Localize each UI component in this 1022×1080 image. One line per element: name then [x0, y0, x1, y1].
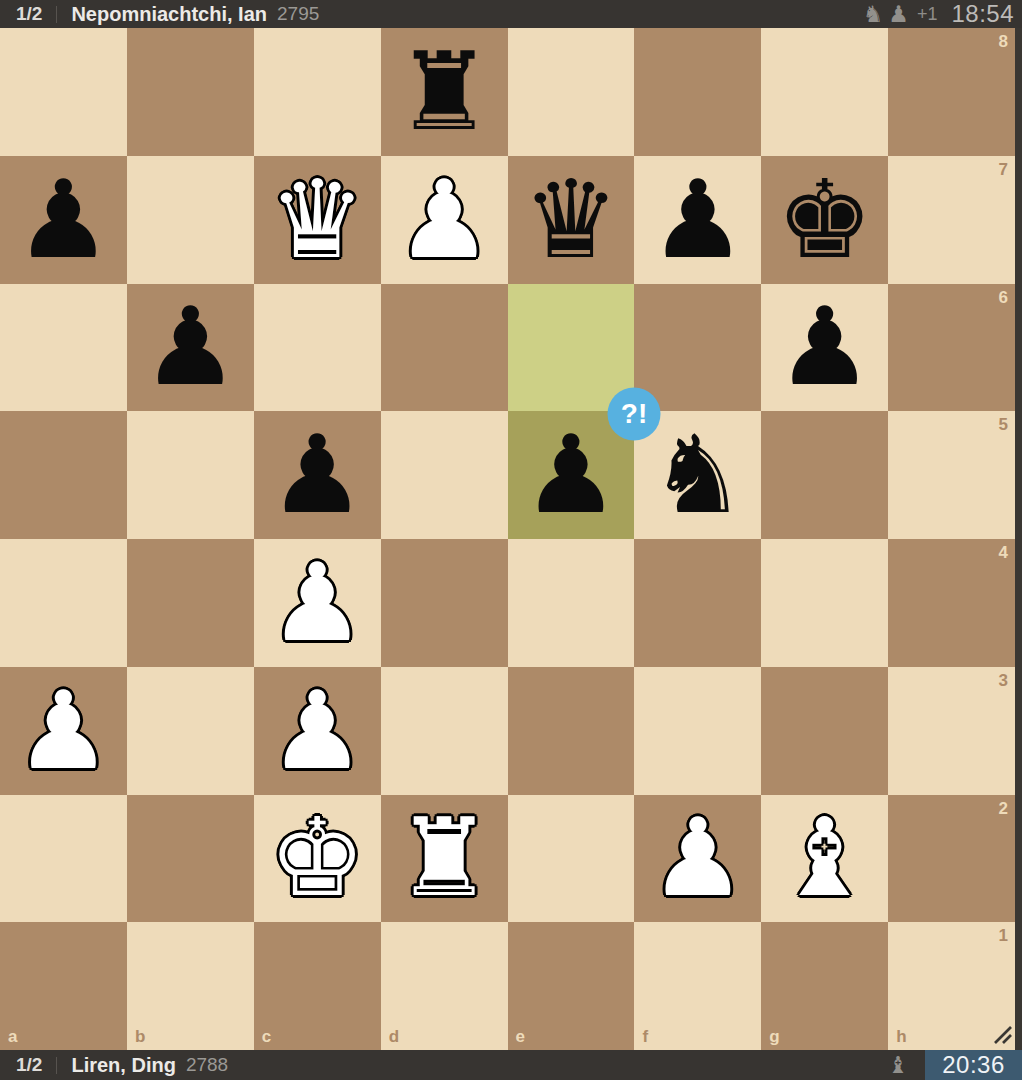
file-label-b: b	[135, 1027, 145, 1047]
square-d8[interactable]: ♜	[381, 28, 508, 156]
square-d1[interactable]: d	[381, 922, 508, 1050]
square-c6[interactable]	[254, 284, 381, 412]
square-c5[interactable]: ♟	[254, 411, 381, 539]
bottom-captured-bishop-icon: ♝	[887, 1054, 908, 1077]
rank-label-1: 1	[999, 926, 1008, 946]
rank-label-8: 8	[999, 32, 1008, 52]
black-knight[interactable]: ♞	[649, 421, 746, 529]
square-h7[interactable]: 7	[888, 156, 1015, 284]
rank-label-4: 4	[999, 543, 1008, 563]
square-a6[interactable]	[0, 284, 127, 412]
square-f4[interactable]	[634, 539, 761, 667]
square-f1[interactable]: f	[634, 922, 761, 1050]
square-f2[interactable]: ♟	[634, 795, 761, 923]
white-pawn[interactable]: ♟	[649, 804, 746, 912]
square-c4[interactable]: ♟	[254, 539, 381, 667]
file-label-a: a	[8, 1027, 17, 1047]
square-g1[interactable]: g	[761, 922, 888, 1050]
top-captured-knight-icon: ♞	[863, 3, 884, 26]
square-a7[interactable]: ♟	[0, 156, 127, 284]
top-score: 1/2	[16, 3, 42, 25]
bottom-player-rating: 2788	[186, 1054, 228, 1076]
black-king[interactable]: ♚	[776, 166, 873, 274]
square-b8[interactable]	[127, 28, 254, 156]
square-b6[interactable]: ♟	[127, 284, 254, 412]
rank-label-6: 6	[999, 288, 1008, 308]
rank-label-2: 2	[999, 799, 1008, 819]
file-label-d: d	[389, 1027, 399, 1047]
square-e3[interactable]	[508, 667, 635, 795]
square-a2[interactable]	[0, 795, 127, 923]
square-f7[interactable]: ♟	[634, 156, 761, 284]
square-g6[interactable]: ♟	[761, 284, 888, 412]
square-g3[interactable]	[761, 667, 888, 795]
chess-board: ♜8♟♛♟♛♟♚7♟♟6♟♟♞5♟4♟♟3♚♜♟♝2abcdefgh1	[0, 28, 1015, 1050]
square-e2[interactable]	[508, 795, 635, 923]
square-g7[interactable]: ♚	[761, 156, 888, 284]
square-b1[interactable]: b	[127, 922, 254, 1050]
square-e8[interactable]	[508, 28, 635, 156]
square-f8[interactable]	[634, 28, 761, 156]
square-e7[interactable]: ♛	[508, 156, 635, 284]
rank-label-7: 7	[999, 160, 1008, 180]
square-b3[interactable]	[127, 667, 254, 795]
black-pawn[interactable]: ♟	[523, 421, 620, 529]
square-e4[interactable]	[508, 539, 635, 667]
square-c7[interactable]: ♛	[254, 156, 381, 284]
black-pawn[interactable]: ♟	[649, 166, 746, 274]
bottom-score: 1/2	[16, 1054, 42, 1076]
black-queen[interactable]: ♛	[523, 166, 620, 274]
black-pawn[interactable]: ♟	[15, 166, 112, 274]
square-c8[interactable]	[254, 28, 381, 156]
square-a3[interactable]: ♟	[0, 667, 127, 795]
divider	[56, 6, 57, 23]
square-f6[interactable]	[634, 284, 761, 412]
square-h4[interactable]: 4	[888, 539, 1015, 667]
material-advantage: +1	[917, 4, 938, 25]
square-b2[interactable]	[127, 795, 254, 923]
square-d3[interactable]	[381, 667, 508, 795]
square-a4[interactable]	[0, 539, 127, 667]
square-g2[interactable]: ♝	[761, 795, 888, 923]
square-a1[interactable]: a	[0, 922, 127, 1050]
white-pawn[interactable]: ♟	[15, 677, 112, 785]
bottom-player-name: Liren, Ding	[71, 1054, 175, 1077]
square-c1[interactable]: c	[254, 922, 381, 1050]
square-a8[interactable]	[0, 28, 127, 156]
square-d6[interactable]	[381, 284, 508, 412]
square-f3[interactable]	[634, 667, 761, 795]
bottom-player-bar: 1/2 Liren, Ding 2788 ♝ 20:36	[0, 1050, 1022, 1080]
square-d7[interactable]: ♟	[381, 156, 508, 284]
square-e1[interactable]: e	[508, 922, 635, 1050]
white-bishop[interactable]: ♝	[776, 804, 873, 912]
chess-app: 1/2 Nepomniachtchi, Ian 2795 ♞♟ +1 18:54…	[0, 0, 1022, 1080]
bottom-clock-active: 20:36	[925, 1050, 1022, 1080]
white-pawn[interactable]: ♟	[396, 166, 493, 274]
board-area: ♜8♟♛♟♛♟♚7♟♟6♟♟♞5♟4♟♟3♚♜♟♝2abcdefgh1 ?!	[0, 28, 1022, 1050]
file-label-h: h	[896, 1027, 906, 1047]
square-g4[interactable]	[761, 539, 888, 667]
top-player-rating: 2795	[277, 3, 319, 25]
square-b4[interactable]	[127, 539, 254, 667]
white-king[interactable]: ♚	[269, 804, 366, 912]
black-pawn[interactable]: ♟	[142, 293, 239, 401]
square-b7[interactable]	[127, 156, 254, 284]
rank-label-5: 5	[999, 415, 1008, 435]
square-g5[interactable]	[761, 411, 888, 539]
file-label-g: g	[769, 1027, 779, 1047]
square-h2[interactable]: 2	[888, 795, 1015, 923]
top-captured-pieces: ♞♟	[863, 3, 914, 26]
square-d2[interactable]: ♜	[381, 795, 508, 923]
square-h8[interactable]: 8	[888, 28, 1015, 156]
square-g8[interactable]	[761, 28, 888, 156]
file-label-e: e	[516, 1027, 525, 1047]
black-pawn[interactable]: ♟	[776, 293, 873, 401]
square-d4[interactable]	[381, 539, 508, 667]
bottom-captured-pieces: ♝	[887, 1054, 913, 1077]
top-clock: 18:54	[951, 0, 1014, 28]
white-pawn[interactable]: ♟	[269, 677, 366, 785]
square-h6[interactable]: 6	[888, 284, 1015, 412]
square-h3[interactable]: 3	[888, 667, 1015, 795]
white-pawn[interactable]: ♟	[269, 549, 366, 657]
move-annotation-badge: ?!	[608, 388, 661, 441]
top-player-bar: 1/2 Nepomniachtchi, Ian 2795 ♞♟ +1 18:54	[0, 0, 1022, 28]
square-c3[interactable]: ♟	[254, 667, 381, 795]
square-h5[interactable]: 5	[888, 411, 1015, 539]
square-b5[interactable]	[127, 411, 254, 539]
file-label-c: c	[262, 1027, 271, 1047]
white-rook[interactable]: ♜	[396, 804, 493, 912]
square-e6[interactable]	[508, 284, 635, 412]
board-resize-handle[interactable]	[992, 1023, 1014, 1045]
file-label-f: f	[642, 1027, 648, 1047]
rank-label-3: 3	[999, 671, 1008, 691]
top-player-name: Nepomniachtchi, Ian	[71, 3, 267, 26]
divider	[56, 1057, 57, 1074]
square-c2[interactable]: ♚	[254, 795, 381, 923]
black-pawn[interactable]: ♟	[269, 421, 366, 529]
square-d5[interactable]	[381, 411, 508, 539]
white-queen[interactable]: ♛	[269, 166, 366, 274]
black-rook[interactable]: ♜	[396, 38, 493, 146]
top-captured-pawn-icon: ♟	[888, 3, 909, 26]
square-a5[interactable]	[0, 411, 127, 539]
